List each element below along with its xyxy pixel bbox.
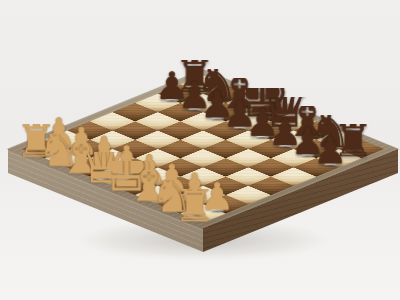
piece-shadow xyxy=(70,164,98,175)
piece-shadow xyxy=(70,145,98,156)
chess-board: ♜♞♝♚♛♝♞♜♟♟♟♟♟♟♟♟♟♟♟♟♟♟♟♟♜♞♝♛♚♝♞♜ xyxy=(8,70,398,229)
reflection-fade xyxy=(0,252,400,300)
square-h8: ♜ xyxy=(339,140,384,158)
product-render-scene: 3D product render of a modern wobble-sty… xyxy=(0,0,400,300)
piece-shadow xyxy=(25,145,53,156)
white-rook-a1: ♜ xyxy=(20,124,52,156)
board-frame-rim: ♜♞♝♚♛♝♞♜♟♟♟♟♟♟♟♟♟♟♟♟♟♟♟♟♜♞♝♛♚♝♞♜ xyxy=(8,70,398,229)
piece-shadow xyxy=(184,210,212,221)
piece-shadow xyxy=(48,155,76,166)
